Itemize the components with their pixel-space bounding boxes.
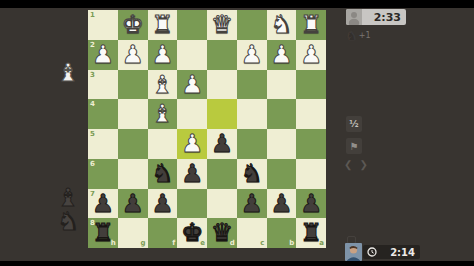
square-h5[interactable]: 5 — [88, 129, 118, 159]
square-a4[interactable] — [296, 99, 326, 129]
square-h2[interactable]: ♟2 — [88, 40, 118, 70]
rank-label-1: 1 — [90, 11, 95, 19]
square-g3[interactable] — [118, 70, 148, 100]
square-f5[interactable] — [148, 129, 178, 159]
file-label-h: h — [111, 239, 116, 247]
white-pawn: ♟ — [92, 40, 114, 70]
white-bishop: ♝ — [151, 70, 173, 100]
square-c8[interactable]: c — [237, 218, 267, 248]
square-e3[interactable]: ♟ — [177, 70, 207, 100]
player-time: 2:14 — [377, 247, 420, 258]
white-queen: ♛ — [211, 10, 233, 40]
square-g5[interactable] — [118, 129, 148, 159]
square-c1[interactable] — [237, 10, 267, 40]
file-label-b: b — [289, 239, 294, 247]
square-a1[interactable]: ♜ — [296, 10, 326, 40]
white-pawn: ♟ — [121, 40, 143, 70]
resign-button[interactable]: ⚑ — [346, 138, 362, 154]
square-g8[interactable]: g — [118, 218, 148, 248]
black-knight: ♞ — [240, 159, 262, 189]
black-pawn: ♟ — [181, 159, 203, 189]
square-f1[interactable]: ♜ — [148, 10, 178, 40]
player-photo — [345, 243, 362, 261]
square-h4[interactable]: 4 — [88, 99, 118, 129]
square-g7[interactable]: ♟ — [118, 189, 148, 219]
white-knight: ♞ — [270, 10, 292, 40]
chess-board: 1♚♜♛♞♜♟2♟♟♟♟♟3♝♟4♝5♟♟6♞♟♞♟7♟♟♟♟♟♜8hgf♚e♛… — [88, 10, 326, 248]
black-pawn: ♟ — [240, 189, 262, 219]
material-indicator: ♞ +1 — [346, 29, 371, 42]
white-pawn: ♟ — [300, 40, 322, 70]
square-f6[interactable]: ♞ — [148, 159, 178, 189]
opponent-clock: 2:33 — [346, 9, 406, 25]
square-b8[interactable]: b — [267, 218, 297, 248]
square-d6[interactable] — [207, 159, 237, 189]
square-h8[interactable]: ♜8h — [88, 218, 118, 248]
white-king: ♚ — [121, 10, 143, 40]
square-e4[interactable] — [177, 99, 207, 129]
player-clock: 2:14 — [363, 245, 420, 259]
square-a8[interactable]: ♜a — [296, 218, 326, 248]
square-h6[interactable]: 6 — [88, 159, 118, 189]
white-pawn: ♟ — [181, 70, 203, 100]
square-f4[interactable]: ♝ — [148, 99, 178, 129]
square-e8[interactable]: ♚e — [177, 218, 207, 248]
square-b4[interactable] — [267, 99, 297, 129]
captured-knight-icon: ♞ — [346, 30, 357, 42]
file-label-d: d — [230, 239, 235, 247]
rank-label-7: 7 — [90, 190, 95, 198]
square-d5[interactable]: ♟ — [207, 129, 237, 159]
square-a6[interactable] — [296, 159, 326, 189]
game-screen: 1♚♜♛♞♜♟2♟♟♟♟♟3♝♟4♝5♟♟6♞♟♞♟7♟♟♟♟♟♜8hgf♚e♛… — [0, 8, 474, 261]
square-b1[interactable]: ♞ — [267, 10, 297, 40]
captured-white-bishop: ♝ — [57, 60, 79, 85]
square-a2[interactable]: ♟ — [296, 40, 326, 70]
square-b6[interactable] — [267, 159, 297, 189]
rank-label-6: 6 — [90, 160, 95, 168]
white-pawn: ♟ — [181, 129, 203, 159]
file-label-e: e — [200, 239, 205, 247]
rank-label-2: 2 — [90, 41, 95, 49]
opponent-time: 2:33 — [362, 11, 406, 24]
square-b3[interactable] — [267, 70, 297, 100]
square-e7[interactable] — [177, 189, 207, 219]
square-c5[interactable] — [237, 129, 267, 159]
player-avatar — [345, 243, 362, 261]
flag-icon: ⚑ — [350, 141, 359, 152]
rank-label-4: 4 — [90, 100, 95, 108]
square-d3[interactable] — [207, 70, 237, 100]
white-bishop: ♝ — [151, 99, 173, 129]
draw-offer-label: ½ — [349, 119, 358, 129]
square-e5[interactable]: ♟ — [177, 129, 207, 159]
square-h1[interactable]: 1 — [88, 10, 118, 40]
square-h3[interactable]: 3 — [88, 70, 118, 100]
opponent-avatar — [346, 9, 362, 25]
square-a7[interactable]: ♟ — [296, 189, 326, 219]
rank-label-5: 5 — [90, 130, 95, 138]
white-pawn: ♟ — [151, 40, 173, 70]
square-c7[interactable]: ♟ — [237, 189, 267, 219]
square-d1[interactable]: ♛ — [207, 10, 237, 40]
square-f7[interactable]: ♟ — [148, 189, 178, 219]
next-move-button[interactable]: ❯ — [360, 159, 368, 170]
black-pawn: ♟ — [300, 189, 322, 219]
square-g4[interactable] — [118, 99, 148, 129]
square-e1[interactable] — [177, 10, 207, 40]
square-d2[interactable] — [207, 40, 237, 70]
square-b7[interactable]: ♟ — [267, 189, 297, 219]
black-pawn: ♟ — [121, 189, 143, 219]
file-label-c: c — [260, 239, 264, 247]
black-pawn: ♟ — [270, 189, 292, 219]
letterbox-bottom — [0, 261, 474, 266]
white-pawn: ♟ — [270, 40, 292, 70]
square-c2[interactable]: ♟ — [237, 40, 267, 70]
letterbox-top — [0, 0, 474, 8]
square-f2[interactable]: ♟ — [148, 40, 178, 70]
black-pawn: ♟ — [151, 189, 173, 219]
square-a5[interactable] — [296, 129, 326, 159]
app-frame: 1♚♜♛♞♜♟2♟♟♟♟♟3♝♟4♝5♟♟6♞♟♞♟7♟♟♟♟♟♜8hgf♚e♛… — [0, 0, 474, 266]
square-a3[interactable] — [296, 70, 326, 100]
file-label-a: a — [319, 239, 324, 247]
black-pawn: ♟ — [211, 129, 233, 159]
square-h7[interactable]: ♟7 — [88, 189, 118, 219]
black-pawn: ♟ — [92, 189, 114, 219]
square-g6[interactable] — [118, 159, 148, 189]
material-advantage: +1 — [359, 31, 371, 40]
move-navigation: ❮ ❯ — [344, 159, 368, 170]
draw-offer-button[interactable]: ½ — [346, 116, 362, 132]
file-label-g: g — [140, 239, 145, 247]
square-f3[interactable]: ♝ — [148, 70, 178, 100]
square-d4[interactable] — [207, 99, 237, 129]
square-c3[interactable] — [237, 70, 267, 100]
white-rook: ♜ — [151, 10, 173, 40]
white-pawn: ♟ — [240, 40, 262, 70]
square-c4[interactable] — [237, 99, 267, 129]
square-c6[interactable]: ♞ — [237, 159, 267, 189]
person-icon — [346, 9, 362, 25]
file-label-f: f — [172, 239, 175, 247]
square-e2[interactable] — [177, 40, 207, 70]
square-b5[interactable] — [267, 129, 297, 159]
prev-move-button[interactable]: ❮ — [344, 159, 352, 170]
square-g2[interactable]: ♟ — [118, 40, 148, 70]
clock-icon — [367, 247, 377, 257]
square-e6[interactable]: ♟ — [177, 159, 207, 189]
square-b2[interactable]: ♟ — [267, 40, 297, 70]
rank-label-8: 8 — [90, 219, 95, 227]
square-g1[interactable]: ♚ — [118, 10, 148, 40]
white-rook: ♜ — [300, 10, 322, 40]
captured-black-knight: ♞ — [57, 209, 79, 234]
square-d8[interactable]: ♛d — [207, 218, 237, 248]
square-d7[interactable] — [207, 189, 237, 219]
black-knight: ♞ — [151, 159, 173, 189]
square-f8[interactable]: f — [148, 218, 178, 248]
rank-label-3: 3 — [90, 71, 95, 79]
